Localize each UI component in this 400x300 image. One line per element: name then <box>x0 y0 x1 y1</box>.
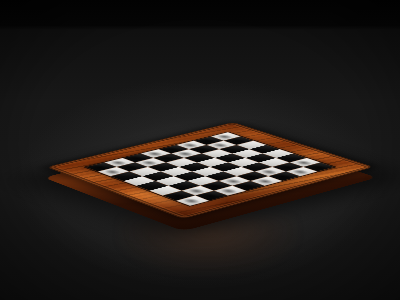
camera-stage: ♜♟♟♜♞♟♟♞♝♟♟♝♛♟♟♛♚♟♟♚♝♟♟♝♞♟♟♞♜♟♟♜ <box>0 0 400 300</box>
chessboard: ♜♟♟♜♞♟♟♞♝♟♟♝♛♟♟♛♚♟♟♚♝♟♟♝♞♟♟♞♜♟♟♜ <box>46 122 374 219</box>
scene: ♜♟♟♜♞♟♟♞♝♟♟♝♛♟♟♛♚♟♟♚♝♟♟♝♞♟♟♞♜♟♟♜ <box>0 0 400 300</box>
